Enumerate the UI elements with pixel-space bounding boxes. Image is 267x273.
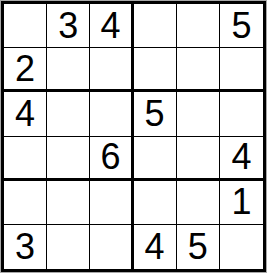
- cell-r6c1-given: 3: [4, 225, 47, 269]
- cell-r3c6-empty[interactable]: [220, 92, 263, 136]
- cell-r2c6-empty[interactable]: [220, 48, 263, 92]
- cell-r5c1-empty[interactable]: [4, 181, 47, 225]
- cell-r4c6-given: 4: [220, 137, 263, 181]
- cell-r3c2-empty[interactable]: [47, 92, 90, 136]
- cell-r5c4-empty[interactable]: [134, 181, 177, 225]
- cell-r3c1-given: 4: [4, 92, 47, 136]
- board-frame: 345245641345: [0, 0, 267, 273]
- cell-r2c4-empty[interactable]: [134, 48, 177, 92]
- cell-r3c5-empty[interactable]: [177, 92, 220, 136]
- cell-r2c5-empty[interactable]: [177, 48, 220, 92]
- cell-r5c2-empty[interactable]: [47, 181, 90, 225]
- cell-r2c1-given: 2: [4, 48, 47, 92]
- cell-r6c4-given: 4: [134, 225, 177, 269]
- cell-r4c4-empty[interactable]: [134, 137, 177, 181]
- cell-r4c2-empty[interactable]: [47, 137, 90, 181]
- cell-r1c6-given: 5: [220, 4, 263, 48]
- cell-r5c5-empty[interactable]: [177, 181, 220, 225]
- cell-r6c6-empty[interactable]: [220, 225, 263, 269]
- cell-r1c5-empty[interactable]: [177, 4, 220, 48]
- cell-r1c4-empty[interactable]: [134, 4, 177, 48]
- sudoku-board: 345245641345: [1, 1, 266, 272]
- cell-r3c3-empty[interactable]: [90, 92, 133, 136]
- cell-r6c3-empty[interactable]: [90, 225, 133, 269]
- cell-r1c2-given: 3: [47, 4, 90, 48]
- cell-r6c5-given: 5: [177, 225, 220, 269]
- cell-r4c5-empty[interactable]: [177, 137, 220, 181]
- cell-r2c2-empty[interactable]: [47, 48, 90, 92]
- cell-r4c1-empty[interactable]: [4, 137, 47, 181]
- cell-r3c4-given: 5: [134, 92, 177, 136]
- cell-r1c3-given: 4: [90, 4, 133, 48]
- cell-r4c3-given: 6: [90, 137, 133, 181]
- cell-r2c3-empty[interactable]: [90, 48, 133, 92]
- cell-r6c2-empty[interactable]: [47, 225, 90, 269]
- cell-r5c3-empty[interactable]: [90, 181, 133, 225]
- cell-r5c6-given: 1: [220, 181, 263, 225]
- cell-r1c1-empty[interactable]: [4, 4, 47, 48]
